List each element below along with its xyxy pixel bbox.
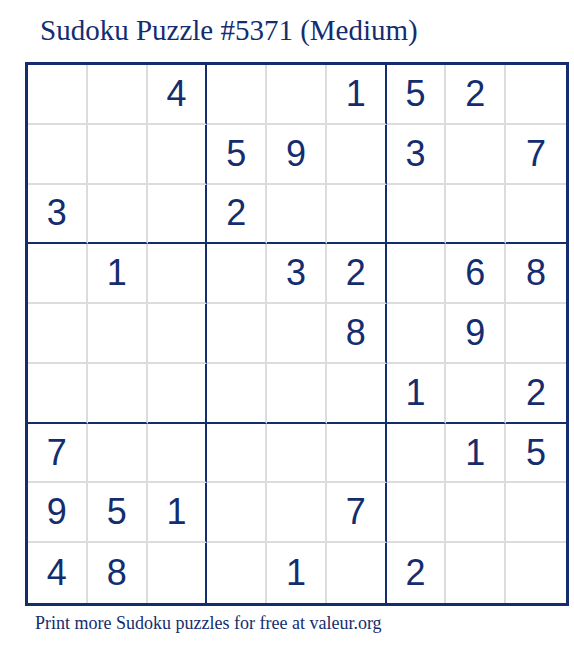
cell-r9c4 bbox=[207, 543, 267, 603]
cell-r7c9: 5 bbox=[506, 424, 566, 484]
cell-r7c7 bbox=[387, 424, 447, 484]
cell-r6c2 bbox=[88, 364, 148, 424]
cell-r1c1 bbox=[28, 65, 88, 125]
cell-r3c3 bbox=[148, 185, 208, 245]
cell-r8c2: 5 bbox=[88, 483, 148, 543]
cell-r1c6: 1 bbox=[327, 65, 387, 125]
cell-r4c8: 6 bbox=[446, 244, 506, 304]
cell-r2c3 bbox=[148, 125, 208, 185]
cell-r2c5: 9 bbox=[267, 125, 327, 185]
cell-r6c3 bbox=[148, 364, 208, 424]
cell-r6c6 bbox=[327, 364, 387, 424]
cell-r5c5 bbox=[267, 304, 327, 364]
cell-r4c3 bbox=[148, 244, 208, 304]
cell-r1c7: 5 bbox=[387, 65, 447, 125]
cell-r6c1 bbox=[28, 364, 88, 424]
cell-r3c9 bbox=[506, 185, 566, 245]
cell-r5c2 bbox=[88, 304, 148, 364]
cell-r3c8 bbox=[446, 185, 506, 245]
cell-r8c9 bbox=[506, 483, 566, 543]
cell-r1c4 bbox=[207, 65, 267, 125]
cell-r2c1 bbox=[28, 125, 88, 185]
cell-r5c7 bbox=[387, 304, 447, 364]
sudoku-board: 415259373213268891271595174812 bbox=[25, 62, 569, 606]
cell-r1c2 bbox=[88, 65, 148, 125]
cell-r3c7 bbox=[387, 185, 447, 245]
footer-text: Print more Sudoku puzzles for free at va… bbox=[35, 613, 382, 634]
cell-r6c5 bbox=[267, 364, 327, 424]
cell-r3c2 bbox=[88, 185, 148, 245]
cell-r3c5 bbox=[267, 185, 327, 245]
cell-r5c3 bbox=[148, 304, 208, 364]
cell-r3c4: 2 bbox=[207, 185, 267, 245]
cell-r2c8 bbox=[446, 125, 506, 185]
cell-r4c1 bbox=[28, 244, 88, 304]
cell-r6c4 bbox=[207, 364, 267, 424]
cell-r9c3 bbox=[148, 543, 208, 603]
cell-r9c6 bbox=[327, 543, 387, 603]
cell-r2c7: 3 bbox=[387, 125, 447, 185]
cell-r2c4: 5 bbox=[207, 125, 267, 185]
cell-r4c7 bbox=[387, 244, 447, 304]
cell-r4c6: 2 bbox=[327, 244, 387, 304]
cell-r8c1: 9 bbox=[28, 483, 88, 543]
cell-r8c5 bbox=[267, 483, 327, 543]
cell-r8c3: 1 bbox=[148, 483, 208, 543]
cell-r6c8 bbox=[446, 364, 506, 424]
sudoku-page: Sudoku Puzzle #5371 (Medium) 41525937321… bbox=[0, 0, 574, 651]
cell-r5c8: 9 bbox=[446, 304, 506, 364]
cell-r8c6: 7 bbox=[327, 483, 387, 543]
cell-r5c4 bbox=[207, 304, 267, 364]
cell-r9c7: 2 bbox=[387, 543, 447, 603]
cell-r7c1: 7 bbox=[28, 424, 88, 484]
cell-r3c6 bbox=[327, 185, 387, 245]
cell-r7c8: 1 bbox=[446, 424, 506, 484]
cell-r7c2 bbox=[88, 424, 148, 484]
cell-r1c9 bbox=[506, 65, 566, 125]
cell-r7c5 bbox=[267, 424, 327, 484]
cell-r7c4 bbox=[207, 424, 267, 484]
cell-r6c9: 2 bbox=[506, 364, 566, 424]
cell-r3c1: 3 bbox=[28, 185, 88, 245]
cell-r1c5 bbox=[267, 65, 327, 125]
cell-r4c2: 1 bbox=[88, 244, 148, 304]
cell-r8c4 bbox=[207, 483, 267, 543]
cell-r9c9 bbox=[506, 543, 566, 603]
cell-r9c1: 4 bbox=[28, 543, 88, 603]
cell-r1c8: 2 bbox=[446, 65, 506, 125]
cell-r1c3: 4 bbox=[148, 65, 208, 125]
cell-r7c3 bbox=[148, 424, 208, 484]
cell-r9c8 bbox=[446, 543, 506, 603]
cell-r2c6 bbox=[327, 125, 387, 185]
cell-r9c2: 8 bbox=[88, 543, 148, 603]
puzzle-title: Sudoku Puzzle #5371 (Medium) bbox=[40, 14, 418, 47]
cell-r4c4 bbox=[207, 244, 267, 304]
cell-r2c2 bbox=[88, 125, 148, 185]
cell-r6c7: 1 bbox=[387, 364, 447, 424]
cell-r4c9: 8 bbox=[506, 244, 566, 304]
cell-r5c1 bbox=[28, 304, 88, 364]
cell-r8c8 bbox=[446, 483, 506, 543]
cell-r2c9: 7 bbox=[506, 125, 566, 185]
cell-r5c6: 8 bbox=[327, 304, 387, 364]
cell-r8c7 bbox=[387, 483, 447, 543]
cell-r4c5: 3 bbox=[267, 244, 327, 304]
cell-r5c9 bbox=[506, 304, 566, 364]
cell-r7c6 bbox=[327, 424, 387, 484]
cell-r9c5: 1 bbox=[267, 543, 327, 603]
